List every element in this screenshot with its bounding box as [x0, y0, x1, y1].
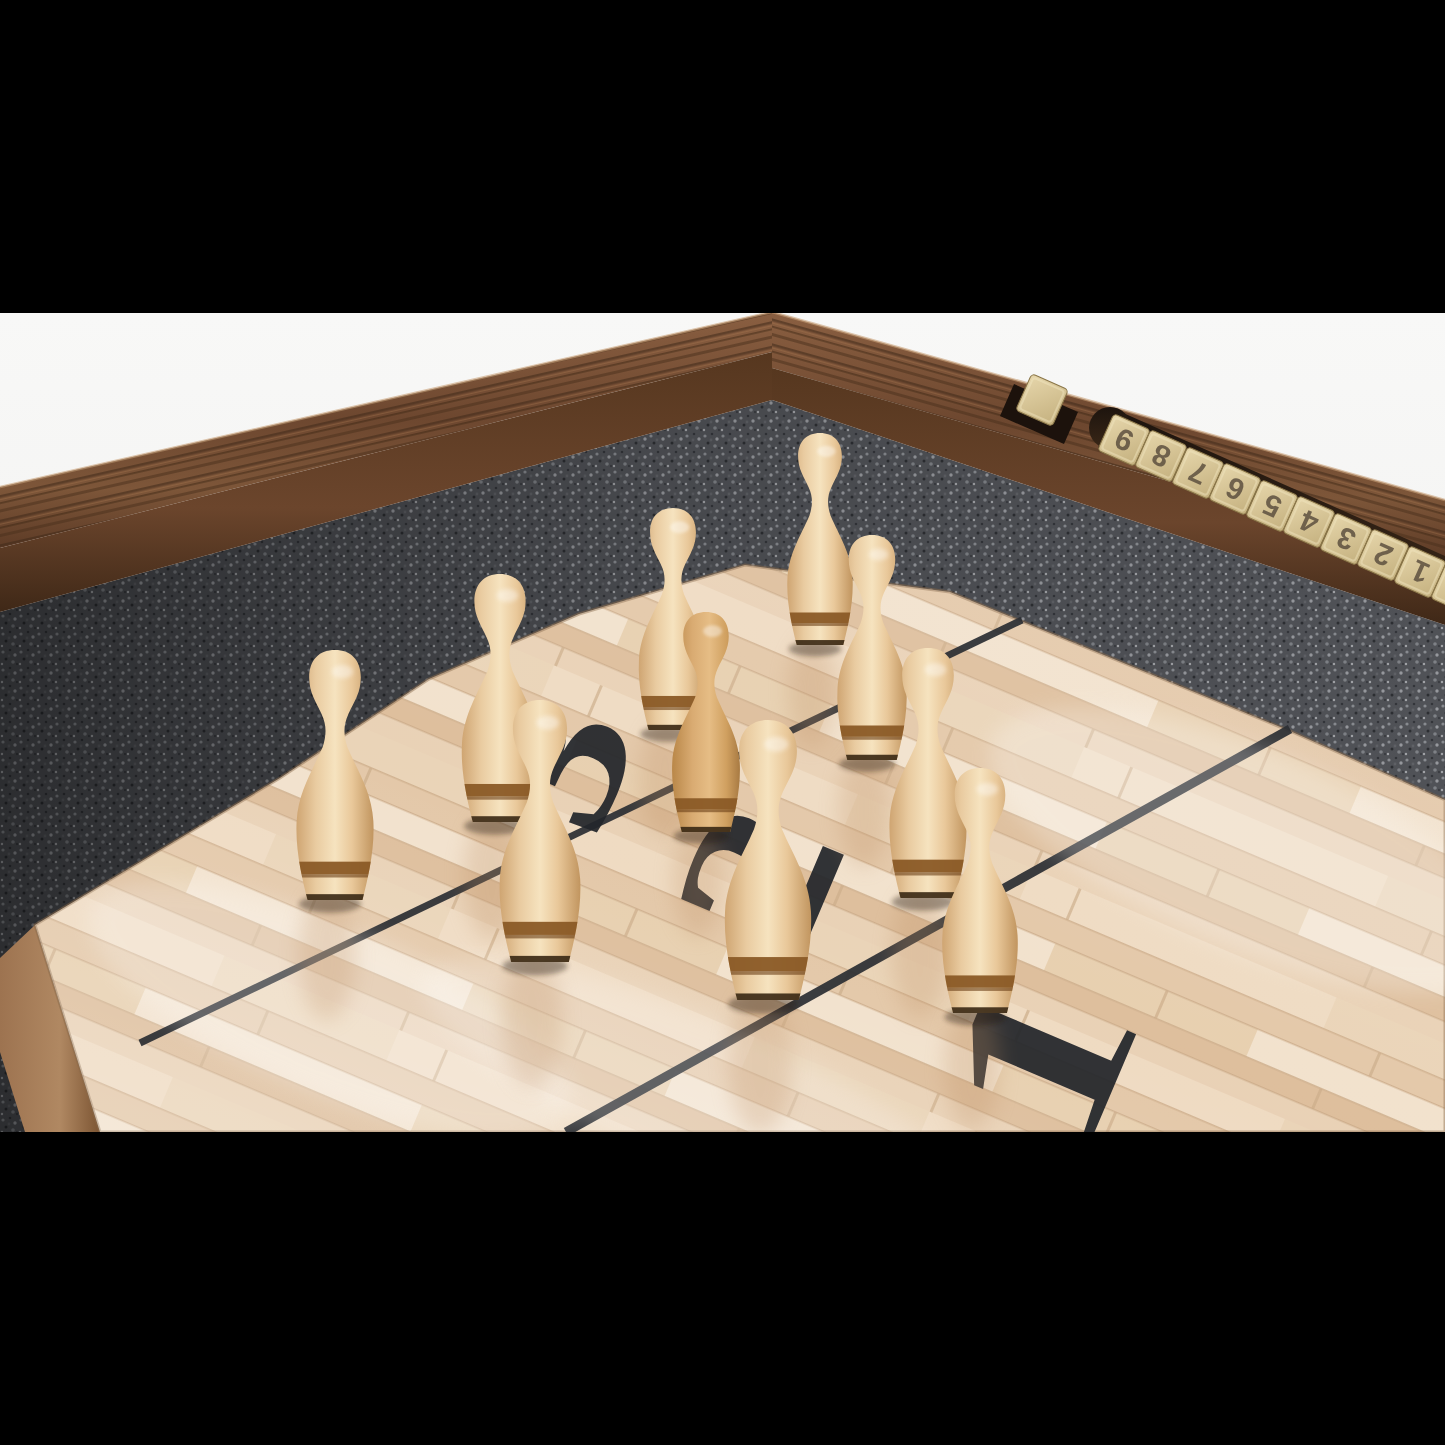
shuffleboard-photo: Tabletop shuffleboard bowling — pin deck…: [0, 0, 1445, 1445]
letterbox-bottom-bar: [0, 1132, 1445, 1445]
letterbox-top-bar: [0, 0, 1445, 313]
screenshot-stage: Tabletop shuffleboard bowling — pin deck…: [0, 0, 1445, 1445]
